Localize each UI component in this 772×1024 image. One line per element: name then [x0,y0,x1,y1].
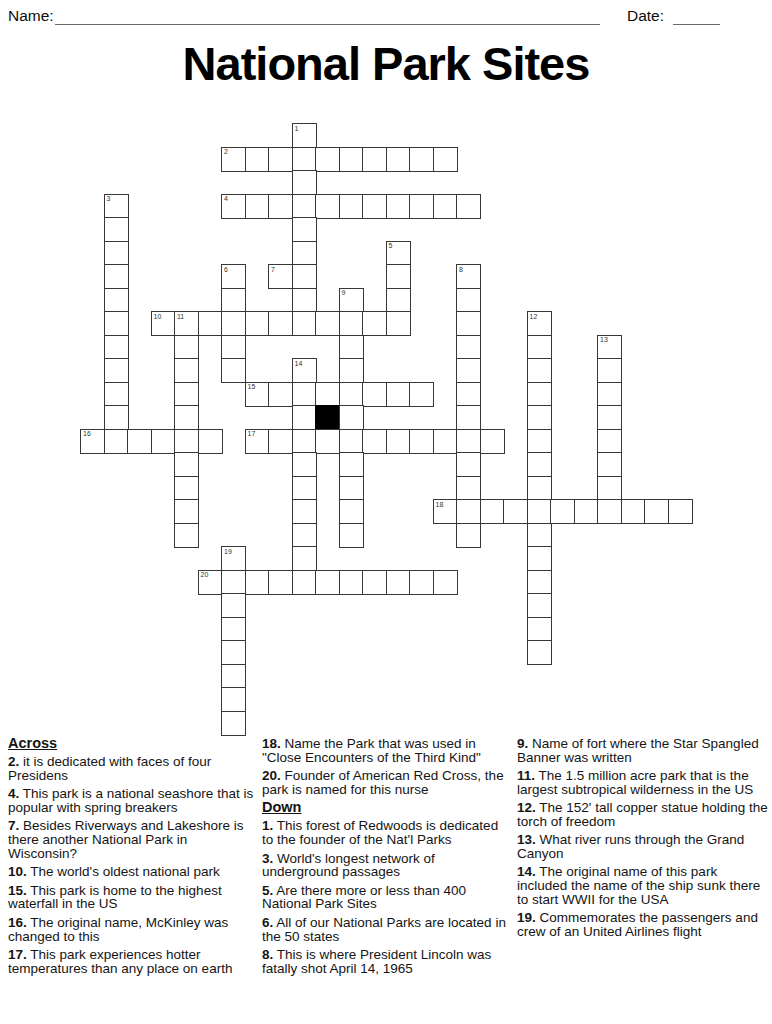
grid-cell[interactable] [456,452,481,477]
grid-cell[interactable]: 19 [221,546,246,571]
grid-cell[interactable] [456,288,481,313]
clue-number: 6. [262,915,273,930]
grid-cell[interactable] [339,311,364,336]
grid-cell[interactable] [292,217,317,242]
clue-13: 13. What river runs through the Grand Ca… [517,833,769,861]
grid-cell[interactable] [597,499,622,524]
grid-cell[interactable] [433,570,458,595]
grid-cell[interactable] [174,429,199,454]
clue-column: 18. Name the Park that was used in "Clos… [262,737,510,980]
clue-text: What river runs through the Grand Canyon [517,832,744,861]
grid-cell[interactable]: 14 [292,358,317,383]
grid-cell[interactable] [151,429,176,454]
grid-cell[interactable]: 1 [292,123,317,148]
grid-cell[interactable] [339,335,364,360]
clue-2: 2. it is dedicated with faces of four Pr… [8,755,254,783]
grid-cell[interactable] [292,147,317,172]
clue-7: 7. Besides Riverways and Lakeshore is th… [8,819,254,860]
clue-text: This park experiences hotter temperature… [8,947,232,976]
grid-cell[interactable]: 20 [198,570,223,595]
grid-cell[interactable] [221,358,246,383]
grid-cell[interactable] [268,147,293,172]
clue-column: Across2. it is dedicated with faces of f… [8,737,254,980]
grid-cell[interactable] [292,499,317,524]
clue-17: 17. This park experiences hotter tempera… [8,948,254,976]
clue-number: 13. [517,832,536,847]
clue-number: 3. [262,851,273,866]
grid-cell[interactable] [292,476,317,501]
grid-cell[interactable]: 18 [433,499,458,524]
grid-cell[interactable] [456,311,481,336]
name-blank-line[interactable] [55,7,600,25]
grid-cell[interactable] [480,429,505,454]
cell-number: 6 [224,266,228,274]
clue-12: 12. The 152' tall copper statue holding … [517,801,769,829]
grid-cell[interactable] [221,311,246,336]
grid-cell[interactable] [386,570,411,595]
clue-number: 18. [262,736,281,751]
grid-cell[interactable] [245,311,270,336]
grid-cell[interactable] [456,429,481,454]
clue-5: 5. Are there more or less than 400 Natio… [262,884,510,912]
grid-cell[interactable] [221,570,246,595]
grid-cell[interactable]: 10 [151,311,176,336]
cell-number: 4 [224,195,228,203]
grid-cell[interactable] [527,593,552,618]
grid-cell[interactable] [597,405,622,430]
grid-cell[interactable]: 6 [221,264,246,289]
clue-number: 7. [8,818,19,833]
grid-cell[interactable] [362,382,387,407]
grid-cell[interactable]: 16 [80,429,105,454]
grid-cell[interactable] [315,311,340,336]
grid-cell[interactable] [315,570,340,595]
clue-text: Founder of American Red Cross, the park … [262,768,504,797]
grid-cell[interactable] [456,358,481,383]
grid-cell[interactable] [527,640,552,665]
grid-cell[interactable] [292,405,317,430]
grid-cell[interactable] [104,358,129,383]
grid-cell[interactable] [198,311,223,336]
grid-cell[interactable] [527,570,552,595]
grid-cell[interactable] [292,264,317,289]
grid-cell[interactable] [245,194,270,219]
grid-cell[interactable] [409,570,434,595]
grid-cell[interactable] [456,499,481,524]
grid-cell[interactable] [527,405,552,430]
grid-cell[interactable]: 17 [245,429,270,454]
grid-cell[interactable] [456,523,481,548]
grid-cell[interactable] [433,429,458,454]
clue-text: Name the Park that was used in "Close En… [262,736,481,765]
cell-number: 18 [436,501,444,509]
clue-18: 18. Name the Park that was used in "Clos… [262,737,510,765]
clue-10: 10. The world's oldest national park [8,865,254,879]
grid-cell[interactable] [339,194,364,219]
grid-cell[interactable] [268,570,293,595]
grid-cell[interactable] [315,429,340,454]
grid-cell[interactable] [292,311,317,336]
grid-cell[interactable] [292,523,317,548]
cell-number: 16 [83,430,91,438]
clue-text: Besides Riverways and Lakeshore is there… [8,818,244,861]
grid-cell[interactable] [644,499,669,524]
grid-cell[interactable] [386,147,411,172]
clue-number: 15. [8,883,27,898]
grid-cell[interactable] [292,288,317,313]
clue-text: The world's oldest national park [27,864,220,879]
grid-cell[interactable] [433,194,458,219]
clue-column: 9. Name of fort where the Star Spangled … [517,737,769,943]
grid-cell[interactable] [597,429,622,454]
clue-number: 9. [517,736,528,751]
grid-cell[interactable] [221,335,246,360]
cell-number: 10 [154,313,162,321]
cell-number: 17 [248,430,256,438]
grid-cell[interactable] [409,429,434,454]
clue-number: 11. [517,768,535,783]
grid-cell[interactable]: 8 [456,264,481,289]
grid-cell[interactable] [315,147,340,172]
clue-number: 20. [262,768,281,783]
grid-cell[interactable] [456,476,481,501]
cell-number: 15 [248,383,256,391]
grid-cell[interactable] [268,382,293,407]
grid-cell[interactable] [104,311,129,336]
grid-cell[interactable] [221,664,246,689]
grid-cell[interactable] [527,382,552,407]
grid-cell[interactable] [174,499,199,524]
grid-cell[interactable] [198,429,223,454]
grid-cell[interactable] [104,264,129,289]
grid-cell[interactable] [386,429,411,454]
grid-cell[interactable] [480,499,505,524]
clue-number: 8. [262,947,273,962]
grid-cell[interactable] [104,429,129,454]
cell-number: 8 [459,266,463,274]
grid-cell[interactable] [292,570,317,595]
grid-cell[interactable] [409,194,434,219]
grid-cell[interactable] [527,523,552,548]
clue-text: The 152' tall copper statue holding the … [517,800,768,829]
grid-cell[interactable] [527,617,552,642]
clue-text: This forest of Redwoods is dedicated to … [262,818,498,847]
grid-cell[interactable] [597,358,622,383]
grid-cell[interactable]: 12 [527,311,552,336]
clue-text: Commemorates the passengers and crew of … [517,910,758,939]
clue-text: This park is home to the highest waterfa… [8,883,222,912]
cell-number: 20 [201,571,209,579]
clue-number: 5. [262,883,273,898]
clue-text: All of our National Parks are located in… [262,915,506,944]
grid-cell[interactable] [315,382,340,407]
grid-cell[interactable] [409,147,434,172]
clue-text: This is where President Lincoln was fata… [262,947,491,976]
grid-cell[interactable] [386,311,411,336]
clue-9: 9. Name of fort where the Star Spangled … [517,737,769,765]
grid-cell[interactable] [221,687,246,712]
clue-number: 14. [517,864,536,879]
clue-text: it is dedicated with faces of four Presi… [8,754,211,783]
grid-cell[interactable] [621,499,646,524]
grid-cell[interactable] [292,194,317,219]
grid-cell[interactable] [527,546,552,571]
grid-cell[interactable] [174,452,199,477]
grid-cell[interactable] [174,476,199,501]
grid-cell[interactable] [292,241,317,266]
cell-number: 19 [224,548,232,556]
grid-cell[interactable] [362,194,387,219]
cell-number: 7 [271,266,275,274]
grid-cell[interactable] [339,476,364,501]
grid-cell[interactable] [527,358,552,383]
clue-15: 15. This park is home to the highest wat… [8,884,254,912]
clue-number: 2. [8,754,19,769]
clue-number: 10. [8,864,27,879]
clue-16: 16. The original name, McKinley was chan… [8,916,254,944]
clue-1: 1. This forest of Redwoods is dedicated … [262,819,510,847]
grid-cell[interactable] [550,499,575,524]
grid-cell[interactable] [456,335,481,360]
grid-cell[interactable] [339,147,364,172]
grid-cell[interactable] [268,311,293,336]
cell-number: 9 [342,289,346,297]
clue-text: The 1.5 million acre park that is the la… [517,768,753,797]
grid-cell[interactable] [292,452,317,477]
cell-number: 5 [389,242,393,250]
grid-cell[interactable] [362,429,387,454]
grid-cell[interactable]: 4 [221,194,246,219]
grid-cell[interactable] [104,335,129,360]
grid-cell[interactable] [221,640,246,665]
cell-number: 12 [530,313,538,321]
grid-cell[interactable] [245,147,270,172]
grid-cell[interactable] [362,147,387,172]
clue-11: 11. The 1.5 million acre park that is th… [517,769,769,797]
grid-cell[interactable] [362,311,387,336]
grid-cell[interactable] [245,570,270,595]
clue-number: 12. [517,800,536,815]
down-clues-header: Down [262,801,510,815]
grid-cell[interactable] [339,429,364,454]
clue-text: This park is a national seashore that is… [8,786,253,815]
grid-cell[interactable]: 3 [104,194,129,219]
grid-cell[interactable] [668,499,693,524]
clue-3: 3. World's longest network of undergroun… [262,852,510,880]
grid-cell[interactable] [339,499,364,524]
clue-number: 4. [8,786,19,801]
grid-cell[interactable] [104,382,129,407]
crossword-grid: 1234567891011121314151617181920 [80,123,693,736]
grid-cell[interactable] [174,382,199,407]
grid-cell[interactable] [527,429,552,454]
grid-cell[interactable] [339,405,364,430]
grid-cell[interactable] [527,476,552,501]
cell-number: 2 [224,148,228,156]
grid-cell[interactable] [174,523,199,548]
name-label: Name: [8,7,54,25]
grid-cell[interactable] [386,382,411,407]
grid-cell[interactable] [221,593,246,618]
cell-number: 3 [107,195,111,203]
cell-number: 14 [295,360,303,368]
black-cell [315,405,340,430]
grid-cell[interactable] [104,405,129,430]
grid-cell[interactable] [456,194,481,219]
grid-cell[interactable] [362,570,387,595]
grid-cell[interactable] [386,288,411,313]
grid-cell[interactable] [104,217,129,242]
cell-number: 1 [295,125,299,133]
clue-4: 4. This park is a national seashore that… [8,787,254,815]
grid-cell[interactable] [597,382,622,407]
grid-cell[interactable] [503,499,528,524]
grid-cell[interactable] [104,241,129,266]
clue-20: 20. Founder of American Red Cross, the p… [262,769,510,797]
grid-cell[interactable] [268,429,293,454]
grid-cell[interactable] [574,499,599,524]
clue-text: The original name, McKinley was changed … [8,915,228,944]
grid-cell[interactable] [339,570,364,595]
clue-text: Are there more or less than 400 National… [262,883,466,912]
clue-8: 8. This is where President Lincoln was f… [262,948,510,976]
grid-cell[interactable]: 11 [174,311,199,336]
cell-number: 13 [600,336,608,344]
grid-cell[interactable] [174,335,199,360]
date-blank-line[interactable] [673,7,720,25]
grid-cell[interactable] [527,452,552,477]
grid-cell[interactable] [292,429,317,454]
clue-number: 1. [262,818,273,833]
grid-cell[interactable] [339,523,364,548]
grid-cell[interactable] [127,429,152,454]
grid-cell[interactable] [597,452,622,477]
grid-cell[interactable] [386,194,411,219]
grid-cell[interactable] [268,194,293,219]
grid-cell[interactable] [339,452,364,477]
grid-cell[interactable] [292,170,317,195]
grid-cell[interactable]: 9 [339,288,364,313]
clue-6: 6. All of our National Parks are located… [262,916,510,944]
clue-19: 19. Commemorates the passengers and crew… [517,911,769,939]
grid-cell[interactable]: 2 [221,147,246,172]
grid-cell[interactable] [409,382,434,407]
grid-cell[interactable] [315,194,340,219]
grid-cell[interactable] [221,617,246,642]
grid-cell[interactable] [292,546,317,571]
grid-cell[interactable]: 15 [245,382,270,407]
grid-cell[interactable] [386,264,411,289]
page-title: National Park Sites [0,38,772,90]
grid-cell[interactable] [104,288,129,313]
grid-cell[interactable] [456,405,481,430]
grid-cell[interactable] [221,711,246,736]
grid-cell[interactable] [597,476,622,501]
grid-cell[interactable] [339,358,364,383]
grid-cell[interactable] [527,499,552,524]
across-clues-header: Across [8,737,254,751]
grid-cell[interactable] [221,288,246,313]
grid-cell[interactable] [527,335,552,360]
grid-cell[interactable] [339,382,364,407]
date-label: Date: [627,7,664,25]
grid-cell[interactable]: 5 [386,241,411,266]
grid-cell[interactable] [433,147,458,172]
clue-text: World's longest network of underground p… [262,851,435,880]
clue-number: 19. [517,910,536,925]
grid-cell[interactable] [174,405,199,430]
grid-cell[interactable]: 13 [597,335,622,360]
clue-text: Name of fort where the Star Spangled Ban… [517,736,759,765]
clue-text: The original name of this park included … [517,864,760,907]
grid-cell[interactable] [292,382,317,407]
cell-number: 11 [177,313,184,321]
grid-cell[interactable]: 7 [268,264,293,289]
grid-cell[interactable] [456,382,481,407]
clue-14: 14. The original name of this park inclu… [517,865,769,906]
clue-number: 16. [8,915,27,930]
grid-cell[interactable] [174,358,199,383]
clue-number: 17. [8,947,27,962]
